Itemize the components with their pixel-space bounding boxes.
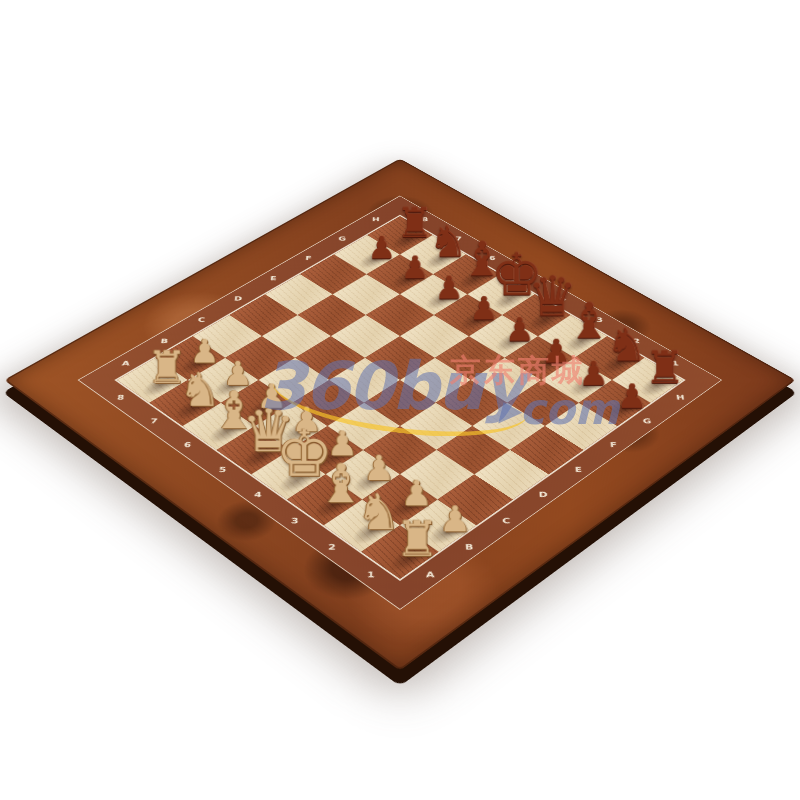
piece-dark-pawn-g5: ♟ bbox=[469, 292, 498, 324]
label-file-G: G bbox=[319, 235, 366, 241]
piece-dark-pawn-g4: ♟ bbox=[505, 313, 534, 345]
piece-dark-rook-h1: ♜ bbox=[644, 345, 685, 390]
label-file-D: D bbox=[213, 295, 262, 301]
chess-board: ABCDEFGH ABCDEFGH 87654321 87654321 ♜♟♟♜… bbox=[4, 158, 796, 670]
label-file-E: E bbox=[249, 275, 297, 281]
piece-dark-pawn-g6: ♟ bbox=[435, 272, 463, 304]
label-file-C: C bbox=[176, 316, 226, 323]
piece-light-rook-a1: ♜ bbox=[395, 514, 439, 563]
label-rank-6: 6 bbox=[488, 244, 496, 272]
label-file-A: A bbox=[100, 360, 151, 367]
piece-dark-bishop-h3: ♝ bbox=[567, 297, 611, 346]
label-file-H: H bbox=[352, 216, 398, 222]
piece-dark-pawn-g7: ♟ bbox=[401, 252, 429, 283]
label-rank-8: 8 bbox=[421, 206, 428, 233]
piece-dark-pawn-g3: ♟ bbox=[541, 335, 570, 368]
piece-light-pawn-b2: ♟ bbox=[401, 475, 433, 510]
piece-dark-pawn-g1: ♟ bbox=[617, 379, 647, 413]
piece-light-pawn-b1: ♟ bbox=[439, 501, 471, 537]
label-file-F: F bbox=[284, 255, 332, 261]
chess-set-product-photo: ABCDEFGH ABCDEFGH 87654321 87654321 ♜♟♟♜… bbox=[0, 0, 800, 800]
board-top-face: ABCDEFGH ABCDEFGH 87654321 87654321 ♜♟♟♜… bbox=[4, 158, 796, 670]
piece-light-pawn-b3: ♟ bbox=[363, 450, 394, 485]
piece-dark-pawn-g2: ♟ bbox=[578, 357, 608, 390]
piece-dark-pawn-g8: ♟ bbox=[368, 232, 396, 263]
label-rank-7: 7 bbox=[454, 225, 461, 252]
